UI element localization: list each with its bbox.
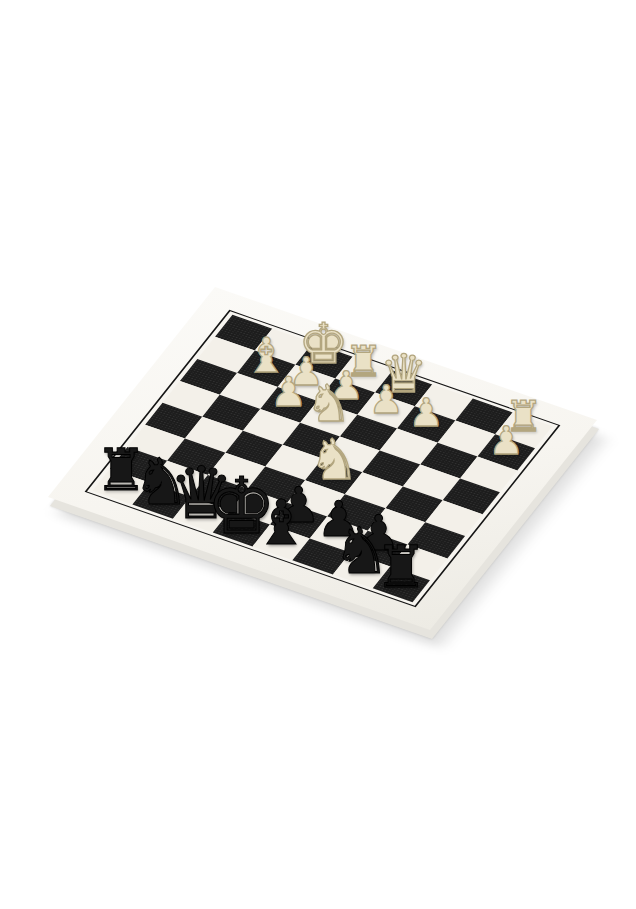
white-pawn-e2[interactable]: ♟ <box>369 379 404 418</box>
white-knight-d3[interactable]: ♞ <box>306 378 352 429</box>
white-pawn-f2[interactable]: ♟ <box>409 393 444 432</box>
white-pawn-h2[interactable]: ♟ <box>489 421 524 460</box>
black-rook-h8[interactable]: ♜ <box>375 538 427 596</box>
black-bishop-e8[interactable]: ♝ <box>254 493 310 555</box>
chess-scene: ♜♞♛♚♝♞♜♟♟♟♞♟♞♝♟♟♟♟♟♚♜♛♜ <box>0 0 636 909</box>
white-pawn-c3[interactable]: ♟ <box>270 372 307 413</box>
